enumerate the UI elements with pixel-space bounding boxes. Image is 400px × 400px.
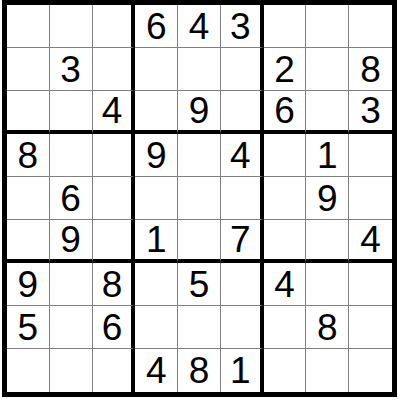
cell-r6c1[interactable] xyxy=(7,220,50,263)
cell-r9c8[interactable] xyxy=(306,349,349,392)
cell-r6c7[interactable] xyxy=(264,220,307,263)
cell-r1c3[interactable] xyxy=(93,5,136,48)
cell-r5c6[interactable] xyxy=(221,177,264,220)
cell-r2c9[interactable]: 8 xyxy=(349,48,392,91)
cell-r3c1[interactable] xyxy=(7,91,50,134)
cell-r7c7[interactable]: 4 xyxy=(264,263,307,306)
cell-r4c2[interactable] xyxy=(50,134,93,177)
cell-r4c7[interactable] xyxy=(264,134,307,177)
cell-r3c9[interactable]: 3 xyxy=(349,91,392,134)
cell-r3c6[interactable] xyxy=(221,91,264,134)
cell-r5c3[interactable] xyxy=(93,177,136,220)
cell-r7c1[interactable]: 9 xyxy=(7,263,50,306)
cell-r5c9[interactable] xyxy=(349,177,392,220)
cell-r2c8[interactable] xyxy=(306,48,349,91)
cell-r3c2[interactable] xyxy=(50,91,93,134)
cell-r5c2[interactable]: 6 xyxy=(50,177,93,220)
cell-r5c5[interactable] xyxy=(178,177,221,220)
cell-r5c8[interactable]: 9 xyxy=(306,177,349,220)
cell-r2c5[interactable] xyxy=(178,48,221,91)
cell-r9c3[interactable] xyxy=(93,349,136,392)
cell-r8c9[interactable] xyxy=(349,306,392,349)
cell-r1c8[interactable] xyxy=(306,5,349,48)
cell-r4c5[interactable] xyxy=(178,134,221,177)
cell-r6c2[interactable]: 9 xyxy=(50,220,93,263)
cell-r5c4[interactable] xyxy=(135,177,178,220)
cell-r5c1[interactable] xyxy=(7,177,50,220)
cell-r6c8[interactable] xyxy=(306,220,349,263)
cell-r7c9[interactable] xyxy=(349,263,392,306)
cell-r5c7[interactable] xyxy=(264,177,307,220)
sudoku-board: 643328496389416991749854568481 xyxy=(2,0,397,397)
cell-r9c1[interactable] xyxy=(7,349,50,392)
cell-r4c3[interactable] xyxy=(93,134,136,177)
cell-r2c3[interactable] xyxy=(93,48,136,91)
cell-r7c6[interactable] xyxy=(221,263,264,306)
cell-r6c6[interactable]: 7 xyxy=(221,220,264,263)
cell-r3c4[interactable] xyxy=(135,91,178,134)
cell-r3c5[interactable]: 9 xyxy=(178,91,221,134)
cell-r3c8[interactable] xyxy=(306,91,349,134)
cell-r8c8[interactable]: 8 xyxy=(306,306,349,349)
cell-r1c5[interactable]: 4 xyxy=(178,5,221,48)
cell-r2c7[interactable]: 2 xyxy=(264,48,307,91)
cell-r1c2[interactable] xyxy=(50,5,93,48)
cell-r9c7[interactable] xyxy=(264,349,307,392)
cell-r2c1[interactable] xyxy=(7,48,50,91)
cell-r9c6[interactable]: 1 xyxy=(221,349,264,392)
cell-r7c8[interactable] xyxy=(306,263,349,306)
cell-r6c5[interactable] xyxy=(178,220,221,263)
cell-r3c3[interactable]: 4 xyxy=(93,91,136,134)
cell-r2c4[interactable] xyxy=(135,48,178,91)
cell-r1c9[interactable] xyxy=(349,5,392,48)
cell-r4c6[interactable]: 4 xyxy=(221,134,264,177)
cell-r1c7[interactable] xyxy=(264,5,307,48)
cell-r9c4[interactable]: 4 xyxy=(135,349,178,392)
cell-r8c4[interactable] xyxy=(135,306,178,349)
cell-r8c7[interactable] xyxy=(264,306,307,349)
cell-r8c5[interactable] xyxy=(178,306,221,349)
cell-r6c4[interactable]: 1 xyxy=(135,220,178,263)
cell-r4c4[interactable]: 9 xyxy=(135,134,178,177)
sudoku-page: 643328496389416991749854568481 xyxy=(0,0,400,400)
cell-r9c9[interactable] xyxy=(349,349,392,392)
cell-r8c1[interactable]: 5 xyxy=(7,306,50,349)
cell-r9c2[interactable] xyxy=(50,349,93,392)
cell-r4c1[interactable]: 8 xyxy=(7,134,50,177)
cell-r2c6[interactable] xyxy=(221,48,264,91)
cell-r2c2[interactable]: 3 xyxy=(50,48,93,91)
cell-r6c3[interactable] xyxy=(93,220,136,263)
cell-r9c5[interactable]: 8 xyxy=(178,349,221,392)
cell-r8c3[interactable]: 6 xyxy=(93,306,136,349)
cell-r1c1[interactable] xyxy=(7,5,50,48)
cell-r7c3[interactable]: 8 xyxy=(93,263,136,306)
cell-r7c2[interactable] xyxy=(50,263,93,306)
cell-r1c6[interactable]: 3 xyxy=(221,5,264,48)
cell-r8c2[interactable] xyxy=(50,306,93,349)
cell-r4c8[interactable]: 1 xyxy=(306,134,349,177)
cell-r1c4[interactable]: 6 xyxy=(135,5,178,48)
cell-r7c5[interactable]: 5 xyxy=(178,263,221,306)
cell-r4c9[interactable] xyxy=(349,134,392,177)
cell-r7c4[interactable] xyxy=(135,263,178,306)
cell-r3c7[interactable]: 6 xyxy=(264,91,307,134)
cell-r6c9[interactable]: 4 xyxy=(349,220,392,263)
cell-r8c6[interactable] xyxy=(221,306,264,349)
